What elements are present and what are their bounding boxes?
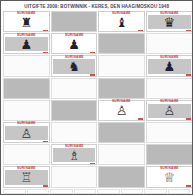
square-c8: SURINAME♝	[98, 11, 145, 32]
stamp-piece-area: ♛	[148, 15, 191, 29]
stamp-country-label: SURINAME	[112, 100, 131, 102]
stamp-country-label: SURINAME	[17, 167, 36, 169]
square-c3	[98, 122, 145, 143]
stamp-piece-area: ♕	[148, 170, 191, 184]
square-d8: SURINAME♛	[146, 11, 193, 32]
stamp-country-label: SURINAME	[17, 122, 36, 124]
stamp-piece-area: ♙	[5, 126, 48, 140]
stamp-value-mark	[186, 118, 191, 120]
square-b7: SURINAME♟	[51, 33, 98, 54]
stamp-country-label: SURINAME	[160, 167, 179, 169]
stamp-piece-area: ♟	[53, 37, 96, 51]
stamp-country-label: SURINAME	[65, 145, 84, 147]
stamp-value-mark	[138, 118, 143, 120]
square-a6	[3, 55, 50, 76]
stamp-country-label: SURINAME	[17, 34, 36, 36]
sheet-header: UITGIFTE 2009: BOTWINNIK - KERES, DEN HA…	[1, 1, 192, 11]
piece-black-pawn: ♟	[21, 38, 33, 51]
stamp-piece-area: ♜	[5, 15, 48, 29]
square-b8	[51, 11, 98, 32]
square-d1: SURINAME♕	[146, 166, 193, 187]
stamp-country-label: SURINAME	[65, 34, 84, 36]
selvage-cell	[121, 189, 144, 194]
square-c6	[98, 55, 145, 76]
piece-black-pawn: ♟	[68, 38, 80, 51]
stamp-country-label: SURINAME	[160, 12, 179, 14]
stamp-value-mark	[43, 30, 48, 32]
stamp-country-label: SURINAME	[160, 100, 179, 102]
piece-white-rook: ♖	[21, 171, 33, 184]
square-d4: SURINAME♙	[146, 100, 193, 121]
square-c1	[98, 166, 145, 187]
square-a3: SURINAME♙	[3, 122, 50, 143]
stamp-value-mark	[186, 74, 191, 76]
square-d6: SURINAME♟	[146, 55, 193, 76]
stamp-piece-area: ♙	[148, 104, 191, 118]
stamp-sheet: UITGIFTE 2009: BOTWINNIK - KERES, DEN HA…	[0, 0, 193, 195]
square-b6: SURINAME♞	[51, 55, 98, 76]
stamp-value-mark	[43, 141, 48, 143]
piece-black-bishop: ♝	[116, 16, 128, 29]
square-b3	[51, 122, 98, 143]
square-b1	[51, 166, 98, 187]
square-c2	[98, 144, 145, 165]
square-c7	[98, 33, 145, 54]
stamp-country-label: SURINAME	[17, 12, 36, 14]
stamp-piece-area: ♗	[53, 148, 96, 162]
stamp-piece-area: ♖	[5, 170, 48, 184]
piece-white-pawn: ♙	[164, 104, 176, 117]
selvage-cell	[27, 189, 50, 194]
piece-white-pawn: ♙	[116, 104, 128, 117]
stamp-value-mark	[90, 52, 95, 54]
stamp-value-mark	[43, 52, 48, 54]
piece-white-pawn: ♙	[21, 127, 33, 140]
bottom-selvage	[1, 189, 192, 194]
stamp-country-label: SURINAME	[65, 56, 84, 58]
selvage-cell	[97, 189, 120, 194]
square-a2	[3, 144, 50, 165]
selvage-cell	[3, 189, 26, 194]
square-b5	[51, 78, 98, 99]
square-d7	[146, 33, 193, 54]
stamp-value-mark	[138, 30, 143, 32]
square-a5	[3, 78, 50, 99]
piece-black-rook: ♜	[21, 16, 33, 29]
stamp-value-mark	[90, 74, 95, 76]
stamp-value-mark	[90, 163, 95, 165]
piece-black-queen: ♛	[164, 16, 176, 29]
stamp-piece-area: ♞	[53, 59, 96, 73]
sheet-title: UITGIFTE 2009: BOTWINNIK - KERES, DEN HA…	[24, 4, 169, 9]
square-d2	[146, 144, 193, 165]
stamp-value-mark	[186, 185, 191, 187]
board: SURINAME♜SURINAME♝SURINAME♛SURINAME♜SURI…	[1, 11, 192, 188]
selvage-cell	[74, 189, 97, 194]
piece-black-knight: ♞	[68, 60, 80, 73]
piece-white-bishop: ♗	[68, 149, 80, 162]
stamp-value-mark	[43, 185, 48, 187]
square-a4	[3, 100, 50, 121]
square-a1: SURINAME♖	[3, 166, 50, 187]
piece-white-queen: ♕	[164, 171, 176, 184]
selvage-cell	[50, 189, 73, 194]
selvage-cell	[144, 189, 167, 194]
square-b4	[51, 100, 98, 121]
square-a8: SURINAME♜	[3, 11, 50, 32]
square-b2: SURINAME♗	[51, 144, 98, 165]
stamp-piece-area: ♝	[100, 15, 143, 29]
stamp-country-label: SURINAME	[112, 12, 131, 14]
selvage-cell	[168, 189, 191, 194]
square-c5	[98, 78, 145, 99]
square-d5	[146, 78, 193, 99]
stamp-value-mark	[186, 30, 191, 32]
stamp-piece-area: ♙	[100, 104, 143, 118]
stamp-piece-area: ♟	[148, 59, 191, 73]
piece-black-pawn: ♟	[164, 60, 176, 73]
square-d3	[146, 122, 193, 143]
square-a7: SURINAME♟	[3, 33, 50, 54]
stamp-piece-area: ♟	[5, 37, 48, 51]
stamp-country-label: SURINAME	[160, 56, 179, 58]
square-c4: SURINAME♙	[98, 100, 145, 121]
